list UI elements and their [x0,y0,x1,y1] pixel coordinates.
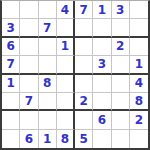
cell-r3c2[interactable] [20,38,38,56]
cell-r3c3[interactable] [39,38,57,56]
cell-r3c6[interactable] [93,38,111,56]
given-cell-r5c1[interactable]: 1 [2,75,20,93]
cell-r8c1[interactable] [2,130,20,148]
given-cell-r3c7[interactable]: 2 [112,38,130,56]
cell-r2c7[interactable] [112,19,130,37]
cell-r6c4[interactable] [57,93,75,111]
cell-r1c2[interactable] [20,1,38,19]
given-cell-r2c1[interactable]: 3 [2,19,20,37]
cell-r4c2[interactable] [20,56,38,74]
given-cell-r4c8[interactable]: 1 [130,56,148,74]
cell-r7c1[interactable] [2,111,20,129]
given-cell-r8c5[interactable]: 5 [75,130,93,148]
cell-r7c2[interactable] [20,111,38,129]
given-cell-r1c7[interactable]: 3 [112,1,130,19]
given-cell-r3c1[interactable]: 6 [2,38,20,56]
cell-r4c3[interactable] [39,56,57,74]
sudoku-board: 471337612731184728626185 [0,0,150,150]
cell-r4c4[interactable] [57,56,75,74]
given-cell-r1c4[interactable]: 4 [57,1,75,19]
cell-r6c3[interactable] [39,93,57,111]
given-cell-r5c3[interactable]: 8 [39,75,57,93]
given-cell-r1c5[interactable]: 7 [75,1,93,19]
cell-r7c3[interactable] [39,111,57,129]
cell-r7c4[interactable] [57,111,75,129]
cell-r3c8[interactable] [130,38,148,56]
cell-r1c3[interactable] [39,1,57,19]
cell-r5c2[interactable] [20,75,38,93]
cell-r8c6[interactable] [93,130,111,148]
cell-r6c1[interactable] [2,93,20,111]
cell-r5c7[interactable] [112,75,130,93]
cell-r4c7[interactable] [112,56,130,74]
given-cell-r3c4[interactable]: 1 [57,38,75,56]
given-cell-r6c2[interactable]: 7 [20,93,38,111]
cell-r2c6[interactable] [93,19,111,37]
given-cell-r7c8[interactable]: 2 [130,111,148,129]
given-cell-r7c6[interactable]: 6 [93,111,111,129]
given-cell-r6c5[interactable]: 2 [75,93,93,111]
cell-r8c8[interactable] [130,130,148,148]
given-cell-r6c8[interactable]: 8 [130,93,148,111]
given-cell-r8c2[interactable]: 6 [20,130,38,148]
cell-r5c4[interactable] [57,75,75,93]
cell-r2c2[interactable] [20,19,38,37]
cell-r5c5[interactable] [75,75,93,93]
cell-r2c8[interactable] [130,19,148,37]
cell-r2c5[interactable] [75,19,93,37]
given-cell-r2c3[interactable]: 7 [39,19,57,37]
cell-r4c5[interactable] [75,56,93,74]
cell-r7c5[interactable] [75,111,93,129]
cell-r3c5[interactable] [75,38,93,56]
given-cell-r5c8[interactable]: 4 [130,75,148,93]
cell-r6c6[interactable] [93,93,111,111]
given-cell-r1c6[interactable]: 1 [93,1,111,19]
given-cell-r4c6[interactable]: 3 [93,56,111,74]
cell-r2c4[interactable] [57,19,75,37]
cell-r8c7[interactable] [112,130,130,148]
cell-r1c8[interactable] [130,1,148,19]
given-cell-r4c1[interactable]: 7 [2,56,20,74]
cell-r7c7[interactable] [112,111,130,129]
given-cell-r8c3[interactable]: 1 [39,130,57,148]
cell-r6c7[interactable] [112,93,130,111]
given-cell-r8c4[interactable]: 8 [57,130,75,148]
cell-r1c1[interactable] [2,1,20,19]
cell-r5c6[interactable] [93,75,111,93]
